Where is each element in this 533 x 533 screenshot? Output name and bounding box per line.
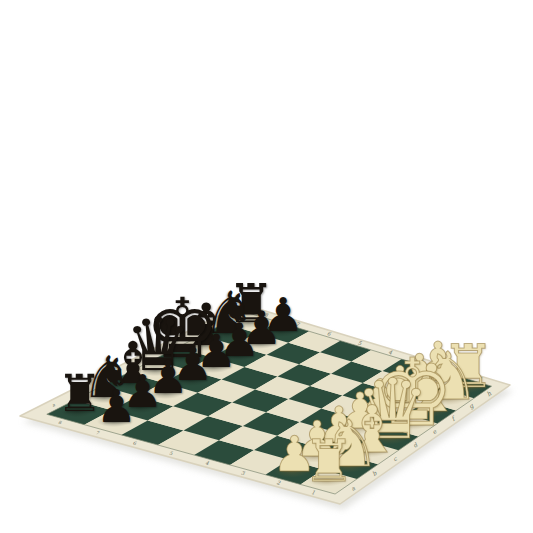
chess-set-photo: aabbccddeeffgghh8877665544332211 ♜♟♞♟♝♟♚… (0, 0, 533, 533)
piece-white-rook-a1: ♜ (303, 432, 355, 490)
pieces-layer: ♜♟♞♟♝♟♚♟♛♟♟♝♜♟♟♞♞♟♟♜♝♟♟♚♟♛♟♝♟♞♟♜ (0, 0, 533, 533)
piece-black-pawn-a7: ♟ (96, 384, 136, 429)
